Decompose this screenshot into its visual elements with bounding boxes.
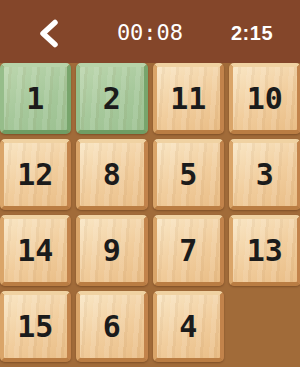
board-cell: 6 <box>74 288 151 364</box>
empty-cell <box>227 288 301 364</box>
tile-5[interactable]: 5 <box>153 139 225 210</box>
tile-6[interactable]: 6 <box>76 291 148 362</box>
board-cell: 14 <box>0 212 74 288</box>
board-cell: 10 <box>227 60 301 136</box>
tile-number: 13 <box>247 233 283 268</box>
tile-7[interactable]: 7 <box>153 215 225 286</box>
board-cell: 3 <box>227 136 301 212</box>
board-cell: 13 <box>227 212 301 288</box>
board-cell: 7 <box>150 212 227 288</box>
board-cell: 2 <box>74 60 151 136</box>
tile-1[interactable]: 1 <box>0 63 71 134</box>
tile-number: 14 <box>17 233 53 268</box>
board-cell: 1 <box>0 60 74 136</box>
tile-number: 12 <box>17 157 53 192</box>
tile-number: 10 <box>247 81 283 116</box>
tile-12[interactable]: 12 <box>0 139 71 210</box>
tile-number: 9 <box>103 233 121 268</box>
tile-15[interactable]: 15 <box>0 291 71 362</box>
board-cell: 5 <box>150 136 227 212</box>
tile-number: 15 <box>17 309 53 344</box>
tile-number: 5 <box>179 157 197 192</box>
tile-number: 7 <box>179 233 197 268</box>
tile-number: 2 <box>103 81 121 116</box>
tile-8[interactable]: 8 <box>76 139 148 210</box>
board-cell: 11 <box>150 60 227 136</box>
header: 00:08 2:15 <box>0 0 300 63</box>
tile-number: 3 <box>256 157 274 192</box>
tile-number: 8 <box>103 157 121 192</box>
tile-number: 1 <box>26 81 44 116</box>
tile-13[interactable]: 13 <box>229 215 300 286</box>
tile-2[interactable]: 2 <box>76 63 148 134</box>
tile-9[interactable]: 9 <box>76 215 148 286</box>
tile-3[interactable]: 3 <box>229 139 300 210</box>
board-cell: 12 <box>0 136 74 212</box>
board-cell: 9 <box>74 212 151 288</box>
system-clock: 2:15 <box>231 22 273 45</box>
tile-4[interactable]: 4 <box>153 291 225 362</box>
app-window: 00:08 2:15 121110128531497131564 <box>0 0 300 367</box>
tile-10[interactable]: 10 <box>229 63 300 134</box>
board-cell: 4 <box>150 288 227 364</box>
tile-11[interactable]: 11 <box>153 63 225 134</box>
tile-number: 4 <box>179 309 197 344</box>
tile-14[interactable]: 14 <box>0 215 71 286</box>
board-cell: 8 <box>74 136 151 212</box>
board-cell: 15 <box>0 288 74 364</box>
tile-number: 6 <box>103 309 121 344</box>
tile-number: 11 <box>170 81 206 116</box>
puzzle-board: 121110128531497131564 <box>0 60 300 364</box>
